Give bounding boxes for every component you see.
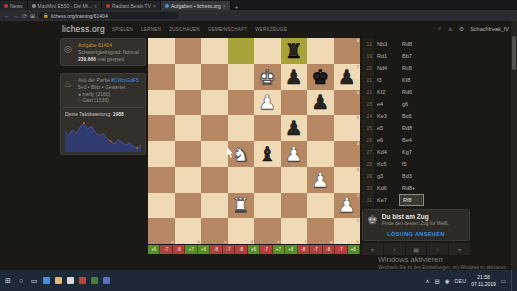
nav-spielen[interactable]: SPIELEN	[112, 27, 133, 32]
white-pawn[interactable]: ♟	[338, 195, 356, 215]
history-result-win[interactable]: +6	[285, 245, 297, 254]
white-king[interactable]: ♚	[258, 67, 276, 87]
white-move[interactable]: e6	[374, 134, 399, 146]
back-icon[interactable]: ←	[4, 13, 10, 19]
taskbar-left: ⊞ ○ ▭	[0, 277, 110, 285]
puzzle-difficulty: Schwierigkeitsgrad: Normal	[78, 49, 141, 56]
move-number: 22	[362, 86, 374, 98]
white-move[interactable]: f3	[374, 74, 399, 86]
square-g3[interactable]: ♟	[307, 167, 334, 193]
history-result-win[interactable]: +7	[273, 245, 285, 254]
rating-label-text: Deine Taktikwertung:	[65, 111, 113, 117]
search-icon[interactable]: ⌕	[438, 25, 441, 32]
history-result-win[interactable]: +6	[198, 245, 210, 254]
tab-label: MaxMini E550 - Die Mi...	[38, 3, 92, 9]
coord-rank-label: 7	[357, 64, 359, 69]
coord-rank-label: 3	[357, 167, 359, 172]
white-move[interactable]: Nd4	[374, 62, 399, 74]
square-d1[interactable]: d	[228, 218, 255, 244]
square-b4[interactable]	[175, 141, 202, 167]
square-g2[interactable]	[307, 193, 334, 219]
square-b8[interactable]	[175, 38, 202, 64]
move-row: 25e5Rd8	[362, 122, 425, 134]
white-move[interactable]: g3	[374, 170, 399, 182]
square-e5[interactable]	[254, 115, 281, 141]
square-b3[interactable]	[175, 167, 202, 193]
white-move[interactable]: Ke3	[374, 110, 399, 122]
history-result-loss[interactable]: -8	[235, 245, 247, 254]
square-g7[interactable]: ♚	[307, 64, 334, 90]
square-c3[interactable]	[201, 167, 228, 193]
move-row: 20Nd4Rc8	[362, 62, 425, 74]
source-game-line: Aus der Partie #CWmGdF5	[78, 77, 141, 84]
white-player-name: mefly (2160)	[81, 91, 110, 97]
coord-rank-label: 5	[357, 115, 359, 120]
square-c6[interactable]	[201, 90, 228, 116]
black-pawn[interactable]: ♟	[285, 67, 303, 87]
black-rook[interactable]: ♜	[285, 41, 303, 61]
square-b1[interactable]: b	[175, 218, 202, 244]
square-d4[interactable]: ♞	[228, 141, 255, 167]
black-pawn[interactable]: ♟	[285, 118, 303, 138]
square-a7[interactable]	[148, 64, 175, 90]
move-number: 28	[362, 158, 374, 170]
puzzle-title-link[interactable]: Aufgabe 61404	[78, 42, 141, 49]
puzzle-played: 239.866 mal gespielt	[78, 56, 141, 63]
coord-file-label: e	[277, 239, 279, 244]
move-number: 31	[362, 194, 374, 206]
watermark-title: Windows aktivieren	[378, 255, 513, 264]
lichess-logo[interactable]: lichess.org	[62, 24, 105, 34]
square-c7[interactable]	[201, 64, 228, 90]
coord-file-label: d	[251, 239, 253, 244]
move-row: 27Kd4Kg7	[362, 146, 425, 158]
square-b7[interactable]	[175, 64, 202, 90]
tray-language[interactable]: DEU	[455, 278, 467, 284]
forward-icon[interactable]: →	[13, 13, 19, 19]
windows-activation-watermark: Windows aktivieren Wechseln Sie zu den E…	[378, 255, 513, 270]
square-f7[interactable]: ♟	[281, 64, 308, 90]
square-g5[interactable]	[307, 115, 334, 141]
black-move[interactable]: Rd8	[399, 122, 424, 134]
history-result-loss[interactable]: -8	[323, 245, 335, 254]
move-number: 19	[362, 50, 374, 62]
history-result-loss[interactable]: -8	[210, 245, 222, 254]
taskbar-app-mail[interactable]	[79, 277, 86, 284]
black-move[interactable]: Bd3	[399, 170, 424, 182]
tab-favicon	[4, 4, 8, 8]
square-f8[interactable]: ♜	[281, 38, 308, 64]
move-list: 18Nb3Rd819Rd1Bb720Nd4Rc821f3Kf822Kf2Rd62…	[362, 38, 425, 206]
square-d7[interactable]	[228, 64, 255, 90]
black-pawn[interactable]: ♟	[311, 92, 329, 112]
apps-menu-icon[interactable]: ⊞	[30, 12, 35, 19]
white-move[interactable]: e4	[374, 98, 399, 110]
history-result-win[interactable]: +6	[148, 245, 160, 254]
square-g4[interactable]	[307, 141, 334, 167]
white-move[interactable]: Kc5	[374, 158, 399, 170]
square-e1[interactable]: e	[254, 218, 281, 244]
square-a2[interactable]	[148, 193, 175, 219]
black-move[interactable]: Kf8	[399, 74, 424, 86]
square-a6[interactable]	[148, 90, 175, 116]
history-result-loss[interactable]: -7	[223, 245, 235, 254]
history-result-loss[interactable]: -7	[335, 245, 347, 254]
move-number: 23	[362, 98, 374, 110]
square-f6[interactable]	[281, 90, 308, 116]
rating-value: 1988	[113, 111, 124, 117]
square-h7[interactable]: ♟7	[334, 64, 361, 90]
header-right: ⌕ ⚔ ⚙ Schachfreak_IV	[438, 25, 509, 32]
square-a5[interactable]	[148, 115, 175, 141]
source-game-box: ♨ Aus der Partie #CWmGdF5 5+0 • Blitz • …	[60, 73, 146, 108]
black-move[interactable]: g6	[399, 98, 424, 110]
time-control: 5+0 • Blitz • Gewertet	[78, 84, 141, 91]
browser-tab-news[interactable]: News	[0, 1, 28, 10]
square-c2[interactable]	[201, 193, 228, 219]
nav-lernen[interactable]: LERNEN	[141, 27, 161, 32]
black-move[interactable]: f5	[399, 158, 424, 170]
black-move[interactable]: Bc6	[399, 110, 424, 122]
target-icon: ◎	[60, 43, 76, 55]
lichess-page: lichess.org SPIELEN LERNEN ZUSCHAUEN GEM…	[0, 21, 517, 270]
move-row: 29g3Bd3	[362, 170, 425, 182]
square-h8[interactable]: 8	[334, 38, 361, 64]
move-number: 30	[362, 182, 374, 194]
black-pawn[interactable]: ♟	[338, 67, 356, 87]
move-row: 28Kc5f5	[362, 158, 425, 170]
white-knight[interactable]: ♞	[232, 144, 250, 164]
history-result-loss[interactable]: -7	[260, 245, 272, 254]
browser-tab-strip: News MaxMini E550 - Die Mi... × Radiant …	[0, 0, 517, 10]
coord-rank-label: 6	[357, 90, 359, 95]
square-h1[interactable]: h1	[334, 218, 361, 244]
taskbar-app-chrome[interactable]	[67, 277, 74, 284]
square-e7[interactable]: ♚	[254, 64, 281, 90]
square-d3[interactable]	[228, 167, 255, 193]
history-result-loss[interactable]: -8	[298, 245, 310, 254]
move-number: 26	[362, 134, 374, 146]
square-c1[interactable]: c	[201, 218, 228, 244]
coord-file-label: h	[357, 239, 359, 244]
chess-board[interactable]: ♜8♚♟♚♟7♟♟6♟5♞♝♟4♟3♜♟2abcdefgh1	[148, 38, 360, 244]
coord-rank-label: 8	[357, 38, 359, 43]
white-king-icon: ♚	[367, 213, 378, 227]
white-move[interactable]: Rd1	[374, 50, 399, 62]
tray-volume-icon[interactable]: ◉	[445, 278, 450, 284]
square-h6[interactable]: 6	[334, 90, 361, 116]
move-number: 20	[362, 62, 374, 74]
square-f1[interactable]: f	[281, 218, 308, 244]
tray-show-hidden-icon[interactable]: ∧	[425, 278, 429, 284]
tab-favicon	[165, 4, 169, 8]
black-move[interactable]: Bb7	[399, 50, 424, 62]
square-a8[interactable]	[148, 38, 175, 64]
square-e6[interactable]: ♟	[254, 90, 281, 116]
white-pawn[interactable]: ♟	[311, 170, 329, 190]
white-move[interactable]: Nb3	[374, 38, 399, 50]
history-result-win[interactable]: +7	[185, 245, 197, 254]
black-player[interactable]: ○ Gast (1536)	[78, 97, 141, 104]
tab-label: News	[10, 3, 23, 9]
square-d2[interactable]: ♜	[228, 193, 255, 219]
move-number: 25	[362, 122, 374, 134]
challenge-icon[interactable]: ⚔	[447, 25, 452, 32]
history-result-win[interactable]: +6	[248, 245, 260, 254]
puzzle-info-box: ◎ Aufgabe 61404 Schwierigkeitsgrad: Norm…	[60, 38, 146, 66]
start-button[interactable]: ⊞	[4, 277, 12, 285]
black-move[interactable]: Rd6	[399, 86, 424, 98]
move-row: 30Kd6Rd8+	[362, 182, 425, 194]
coord-file-label: g	[330, 239, 332, 244]
windows-taskbar: ⊞ ○ ▭ ∧ ▤ ◉ DEU 21:58 07.11.2019 ▭	[0, 270, 517, 291]
cortana-search-icon[interactable]: ○	[17, 277, 25, 285]
square-d8[interactable]	[228, 38, 255, 64]
feedback-text: Finde den besten Zug für Weiß.	[382, 221, 449, 226]
square-f5[interactable]: ♟	[281, 115, 308, 141]
square-a1[interactable]: a	[148, 218, 175, 244]
url-text: lichess.org/training/61404	[51, 13, 108, 19]
black-move[interactable]: Rc8	[399, 62, 424, 74]
square-f4[interactable]: ♟	[281, 141, 308, 167]
white-move[interactable]: Kf2	[374, 86, 399, 98]
site-header: lichess.org SPIELEN LERNEN ZUSCHAUEN GEM…	[0, 21, 517, 38]
last-move-button[interactable]: »	[449, 243, 470, 255]
tab-close-icon[interactable]: ×	[223, 3, 226, 9]
square-d5[interactable]	[228, 115, 255, 141]
black-move[interactable]: Kg7	[399, 146, 424, 158]
history-result-win[interactable]: +6	[348, 245, 360, 254]
browser-tab-lichess-active[interactable]: Aufgaben • lichess.org ×	[161, 1, 231, 10]
square-b6[interactable]	[175, 90, 202, 116]
nav-werkzeuge[interactable]: WERKZEUGE	[255, 27, 287, 32]
coord-rank-label: 2	[357, 193, 359, 198]
black-move[interactable]: Rd8	[399, 38, 424, 50]
notification-center-icon[interactable]: ▭	[501, 278, 506, 284]
settings-icon[interactable]: ⚙	[459, 25, 464, 32]
square-e3[interactable]	[254, 167, 281, 193]
first-move-button[interactable]: «	[362, 243, 383, 255]
square-c5[interactable]	[201, 115, 228, 141]
browser-tab-maxmini[interactable]: MaxMini E550 - Die Mi... ×	[28, 1, 102, 10]
board-menu-button[interactable]: ▤	[406, 243, 427, 255]
white-move[interactable]: Kd4	[374, 146, 399, 158]
turn-feedback-box: ♚ Du bist am Zug Finde den besten Zug fü…	[362, 209, 470, 241]
black-bishop[interactable]: ♝	[258, 144, 276, 164]
black-player-name: Gast (1536)	[81, 97, 109, 103]
rating-sparkline-chart	[65, 120, 141, 152]
show-desktop-button[interactable]	[511, 270, 514, 291]
square-h2[interactable]: ♟2	[334, 193, 361, 219]
browser-address-bar: ← → ⟳ ⊞ 🔒 lichess.org/training/61404	[0, 10, 517, 21]
next-move-button[interactable]: ›	[427, 243, 448, 255]
move-row: 23e4g6	[362, 98, 425, 110]
taskbar-tray: ∧ ▤ ◉ DEU 21:58 07.11.2019 ▭	[425, 270, 517, 291]
move-row: 24Ke3Bc6	[362, 110, 425, 122]
square-e2[interactable]	[254, 193, 281, 219]
tab-close-icon[interactable]: ×	[153, 3, 156, 9]
square-c4[interactable]	[201, 141, 228, 167]
tab-close-icon[interactable]: ×	[94, 3, 97, 9]
move-number: 21	[362, 74, 374, 86]
taskbar-app-explorer[interactable]	[55, 277, 62, 284]
square-g8[interactable]	[307, 38, 334, 64]
square-c8[interactable]	[201, 38, 228, 64]
white-player[interactable]: ● mefly (2160)	[78, 91, 141, 98]
clock-date: 07.11.2019	[471, 281, 496, 288]
move-nav-controls: « ‹ ▤ › »	[362, 243, 470, 255]
coord-file-label: f	[305, 239, 306, 244]
tab-favicon	[32, 4, 36, 8]
played-count: 239.866	[78, 56, 96, 62]
move-row: 31Ke7Rf8	[362, 194, 425, 206]
history-result-loss[interactable]: -7	[310, 245, 322, 254]
browser-tab-radiant[interactable]: Radiant Beats TV ×	[102, 1, 161, 10]
white-move[interactable]: Kd6	[374, 182, 399, 194]
feedback-title: Du bist am Zug	[382, 213, 449, 220]
move-row: 19Rd1Bb7	[362, 50, 425, 62]
coord-file-label: c	[224, 239, 226, 244]
page-scrollbar-thumb[interactable]	[512, 36, 516, 70]
puzzle-history-strip: +6-7-8+7+6-8-7-8+6-7+7+6-8-7-8-7+6	[148, 245, 360, 254]
game-link[interactable]: #CWmGdF5	[111, 77, 139, 83]
coord-file-label: a	[171, 239, 173, 244]
rating-chart-box: Deine Taktikwertung: 1988	[60, 107, 146, 155]
move-number: 27	[362, 146, 374, 158]
square-b5[interactable]	[175, 115, 202, 141]
task-view-icon[interactable]: ▭	[30, 277, 38, 285]
move-number: 24	[362, 110, 374, 122]
taskbar-app-edge[interactable]	[43, 277, 50, 284]
black-move[interactable]: Be4	[399, 134, 424, 146]
square-a3[interactable]	[148, 167, 175, 193]
white-move[interactable]: e5	[374, 122, 399, 134]
square-f2[interactable]	[281, 193, 308, 219]
black-move-current[interactable]: Rf8	[399, 194, 424, 206]
square-e4[interactable]: ♝	[254, 141, 281, 167]
square-f3[interactable]	[281, 167, 308, 193]
prev-move-button[interactable]: ‹	[384, 243, 405, 255]
tab-favicon	[106, 4, 110, 8]
square-d6[interactable]	[228, 90, 255, 116]
white-pawn[interactable]: ♟	[258, 92, 276, 112]
tab-label: Radiant Beats TV	[112, 3, 151, 9]
history-result-loss[interactable]: -8	[173, 245, 185, 254]
rating-label: Deine Taktikwertung: 1988	[65, 111, 141, 118]
square-e8[interactable]	[254, 38, 281, 64]
lock-icon: 🔒	[43, 13, 49, 18]
square-h3[interactable]: 3	[334, 167, 361, 193]
flame-icon: ♨	[60, 78, 76, 90]
move-number: 29	[362, 170, 374, 182]
username[interactable]: Schachfreak_IV	[470, 26, 509, 32]
square-b2[interactable]	[175, 193, 202, 219]
square-h5[interactable]: 5	[334, 115, 361, 141]
taskbar-app-word[interactable]	[103, 277, 110, 284]
black-move[interactable]: Rd8+	[399, 182, 424, 194]
white-rook[interactable]: ♜	[232, 195, 250, 215]
nav-gemeinschaft[interactable]: GEMEINSCHAFT	[208, 27, 247, 32]
black-king[interactable]: ♚	[311, 67, 329, 87]
coord-rank-label: 1	[357, 218, 359, 223]
history-result-loss[interactable]: -7	[160, 245, 172, 254]
nav-zuschauen[interactable]: ZUSCHAUEN	[169, 27, 200, 32]
from-text: Aus der Partie	[78, 77, 111, 83]
url-field[interactable]: 🔒 lichess.org/training/61404	[38, 12, 178, 19]
move-row: 21f3Kf8	[362, 74, 425, 86]
site-nav: SPIELEN LERNEN ZUSCHAUEN GEMEINSCHAFT WE…	[112, 27, 287, 32]
tab-label: Aufgaben • lichess.org	[171, 3, 221, 9]
view-solution-button[interactable]: LÖSUNG ANSEHEN	[367, 231, 465, 237]
taskbar-app-store[interactable]	[91, 277, 98, 284]
tray-network-icon[interactable]: ▤	[435, 278, 440, 284]
move-row: 18Nb3Rd8	[362, 38, 425, 50]
white-pawn[interactable]: ♟	[285, 144, 303, 164]
white-move[interactable]: Ke7	[374, 194, 399, 206]
square-h4[interactable]: 4	[334, 141, 361, 167]
square-g1[interactable]: g	[307, 218, 334, 244]
move-row: 26e6Be4	[362, 134, 425, 146]
square-a4[interactable]	[148, 141, 175, 167]
reload-icon[interactable]: ⟳	[22, 12, 27, 19]
coord-file-label: b	[198, 239, 200, 244]
square-g6[interactable]: ♟	[307, 90, 334, 116]
move-row: 22Kf2Rd6	[362, 86, 425, 98]
coord-rank-label: 4	[357, 141, 359, 146]
move-number: 18	[362, 38, 374, 50]
played-suffix: mal gespielt	[96, 56, 124, 62]
taskbar-clock[interactable]: 21:58 07.11.2019	[471, 274, 496, 287]
